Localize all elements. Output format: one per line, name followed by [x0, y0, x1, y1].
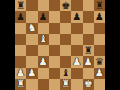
square-e8[interactable]: ♚	[60, 0, 71, 11]
piece-white-pawn: ♟	[27, 68, 36, 78]
square-d6[interactable]	[49, 23, 60, 34]
square-b8[interactable]	[26, 0, 37, 11]
square-a5[interactable]	[15, 34, 26, 45]
square-h6[interactable]	[94, 23, 105, 34]
piece-white-bishop: ♝	[39, 34, 48, 44]
square-f3[interactable]: ♟	[71, 56, 82, 67]
piece-black-queen: ♛	[95, 56, 104, 66]
square-c3[interactable]: ♟	[38, 56, 49, 67]
piece-black-pawn: ♟	[72, 11, 81, 21]
piece-white-pawn: ♟	[84, 56, 93, 66]
piece-black-pawn: ♟	[95, 11, 104, 21]
square-c1[interactable]	[38, 79, 49, 90]
square-a4[interactable]	[15, 45, 26, 56]
square-h5[interactable]	[94, 34, 105, 45]
piece-black-pawn: ♟	[39, 11, 48, 21]
square-c7[interactable]: ♟	[38, 11, 49, 22]
piece-white-pawn: ♟	[72, 56, 81, 66]
square-b6[interactable]: ♞	[26, 23, 37, 34]
square-b5[interactable]	[26, 34, 37, 45]
square-h7[interactable]: ♟	[94, 11, 105, 22]
square-d5[interactable]	[49, 34, 60, 45]
piece-white-king: ♚	[84, 79, 93, 89]
letterbox-left	[0, 0, 15, 90]
piece-black-pawn: ♟	[16, 11, 25, 21]
square-a1[interactable]: ♜	[15, 79, 26, 90]
piece-black-rook: ♜	[16, 0, 25, 10]
piece-black-rook: ♜	[95, 0, 104, 10]
square-g7[interactable]	[83, 11, 94, 22]
letterbox-right	[105, 0, 120, 90]
square-f7[interactable]: ♟	[71, 11, 82, 22]
square-f1[interactable]	[71, 79, 82, 90]
square-f2[interactable]	[71, 68, 82, 79]
square-e7[interactable]	[60, 11, 71, 22]
square-d8[interactable]	[49, 0, 60, 11]
square-b4[interactable]	[26, 45, 37, 56]
chess-board: ♜♚♜♟♟♟♟♞♝♜♟♟♟♛♟♟♝♟♜♜♚	[15, 0, 105, 90]
square-h2[interactable]: ♟	[94, 68, 105, 79]
piece-white-rook: ♜	[16, 79, 25, 89]
piece-black-rook: ♜	[84, 45, 93, 55]
piece-white-rook: ♜	[61, 79, 70, 89]
chess-app-stage: ♜♚♜♟♟♟♟♞♝♜♟♟♟♛♟♟♝♟♜♜♚	[0, 0, 120, 90]
piece-white-pawn: ♟	[95, 68, 104, 78]
square-e6[interactable]	[60, 23, 71, 34]
piece-black-king: ♚	[61, 0, 70, 10]
square-b1[interactable]	[26, 79, 37, 90]
square-a6[interactable]	[15, 23, 26, 34]
piece-white-pawn: ♟	[16, 68, 25, 78]
square-c5[interactable]: ♝	[38, 34, 49, 45]
square-g3[interactable]: ♟	[83, 56, 94, 67]
square-d7[interactable]	[49, 11, 60, 22]
square-f5[interactable]	[71, 34, 82, 45]
square-d3[interactable]	[49, 56, 60, 67]
square-a7[interactable]: ♟	[15, 11, 26, 22]
square-f6[interactable]	[71, 23, 82, 34]
square-h1[interactable]	[94, 79, 105, 90]
square-d2[interactable]	[49, 68, 60, 79]
square-d4[interactable]	[49, 45, 60, 56]
square-c2[interactable]	[38, 68, 49, 79]
square-b2[interactable]: ♟	[26, 68, 37, 79]
square-e4[interactable]	[60, 45, 71, 56]
piece-white-pawn: ♟	[39, 56, 48, 66]
square-g1[interactable]: ♚	[83, 79, 94, 90]
square-e1[interactable]: ♜	[60, 79, 71, 90]
piece-black-bishop: ♝	[61, 68, 70, 78]
square-d1[interactable]	[49, 79, 60, 90]
square-g8[interactable]	[83, 0, 94, 11]
square-e5[interactable]	[60, 34, 71, 45]
square-g6[interactable]	[83, 23, 94, 34]
piece-white-knight: ♞	[27, 23, 36, 33]
